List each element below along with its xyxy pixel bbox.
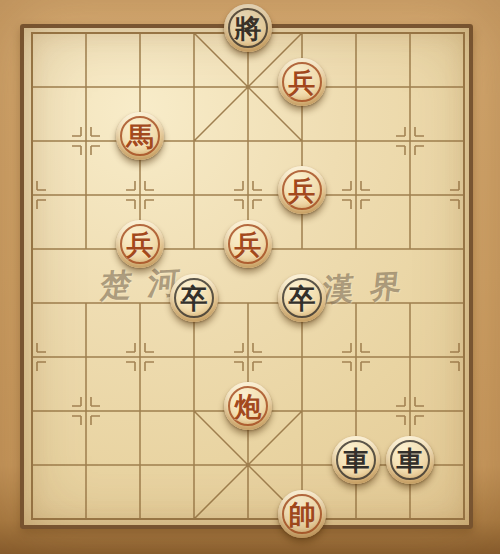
piece-char: 卒 bbox=[278, 274, 326, 322]
piece-red-soldier-2[interactable]: 兵 bbox=[278, 166, 326, 214]
piece-black-soldier-2[interactable]: 卒 bbox=[278, 274, 326, 322]
piece-char: 兵 bbox=[278, 58, 326, 106]
piece-black-soldier-1[interactable]: 卒 bbox=[170, 274, 218, 322]
piece-char: 兵 bbox=[278, 166, 326, 214]
piece-red-general[interactable]: 帥 bbox=[278, 490, 326, 538]
piece-red-soldier-4[interactable]: 兵 bbox=[224, 220, 272, 268]
piece-red-cannon[interactable]: 炮 bbox=[224, 382, 272, 430]
piece-black-general[interactable]: 將 bbox=[224, 4, 272, 52]
piece-char: 炮 bbox=[224, 382, 272, 430]
piece-char: 將 bbox=[224, 4, 272, 52]
xiangqi-board-app: 楚河 漢界 將兵馬兵兵兵卒卒炮車車帥 bbox=[0, 0, 500, 554]
piece-red-horse[interactable]: 馬 bbox=[116, 112, 164, 160]
piece-black-chariot-1[interactable]: 車 bbox=[332, 436, 380, 484]
piece-char: 帥 bbox=[278, 490, 326, 538]
piece-char: 卒 bbox=[170, 274, 218, 322]
piece-red-soldier-3[interactable]: 兵 bbox=[116, 220, 164, 268]
piece-char: 兵 bbox=[116, 220, 164, 268]
piece-char: 車 bbox=[386, 436, 434, 484]
piece-char: 兵 bbox=[224, 220, 272, 268]
piece-char: 馬 bbox=[116, 112, 164, 160]
pieces-layer: 將兵馬兵兵兵卒卒炮車車帥 bbox=[0, 0, 500, 554]
piece-black-chariot-2[interactable]: 車 bbox=[386, 436, 434, 484]
piece-char: 車 bbox=[332, 436, 380, 484]
piece-red-soldier-1[interactable]: 兵 bbox=[278, 58, 326, 106]
